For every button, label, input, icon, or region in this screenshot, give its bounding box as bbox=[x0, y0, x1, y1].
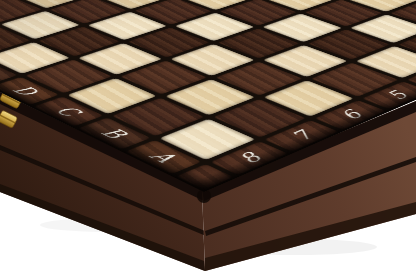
file-label-A: A bbox=[123, 140, 202, 174]
board-perspective-scene: HGFEDCBA87654321 bbox=[0, 0, 416, 277]
border-cell-file-A: A bbox=[125, 140, 202, 175]
product-photo: HGFEDCBA87654321 bbox=[0, 0, 416, 277]
chessboard: HGFEDCBA87654321 bbox=[0, 0, 416, 192]
